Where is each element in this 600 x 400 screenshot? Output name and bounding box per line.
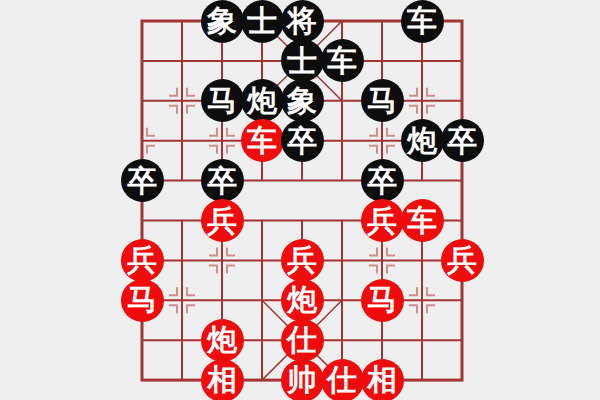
piece-black-c[interactable]: 炮	[241, 79, 284, 122]
piece-black-p[interactable]: 卒	[281, 119, 324, 162]
piece-red-P[interactable]: 兵	[441, 239, 484, 282]
piece-red-B[interactable]: 相	[201, 359, 244, 400]
xiangqi-board: 象士将车士车马炮象马车卒炮卒卒卒卒兵兵车兵兵兵马炮马炮仕相帅仕相	[0, 0, 600, 400]
piece-black-a[interactable]: 士	[241, 0, 284, 43]
piece-black-r[interactable]: 车	[401, 0, 444, 43]
piece-red-C[interactable]: 炮	[281, 279, 324, 322]
board-pieces: 象士将车士车马炮象马车卒炮卒卒卒卒兵兵车兵兵兵马炮马炮仕相帅仕相	[0, 0, 600, 400]
piece-red-P[interactable]: 兵	[121, 239, 164, 282]
piece-black-p[interactable]: 卒	[201, 159, 244, 202]
piece-black-b[interactable]: 象	[281, 79, 324, 122]
piece-red-R[interactable]: 车	[401, 199, 444, 242]
piece-red-N[interactable]: 马	[121, 279, 164, 322]
piece-black-k[interactable]: 将	[281, 0, 324, 43]
piece-black-b[interactable]: 象	[201, 0, 244, 43]
piece-black-p[interactable]: 卒	[121, 159, 164, 202]
piece-black-r[interactable]: 车	[321, 39, 364, 82]
piece-black-n[interactable]: 马	[201, 79, 244, 122]
piece-red-B[interactable]: 相	[361, 359, 404, 400]
piece-black-n[interactable]: 马	[361, 79, 404, 122]
piece-red-P[interactable]: 兵	[281, 239, 324, 282]
piece-black-c[interactable]: 炮	[401, 119, 444, 162]
piece-black-a[interactable]: 士	[281, 39, 324, 82]
piece-black-p[interactable]: 卒	[441, 119, 484, 162]
piece-red-C[interactable]: 炮	[201, 319, 244, 362]
piece-red-N[interactable]: 马	[361, 279, 404, 322]
piece-red-R[interactable]: 车	[241, 119, 284, 162]
piece-red-P[interactable]: 兵	[361, 199, 404, 242]
piece-black-p[interactable]: 卒	[361, 159, 404, 202]
piece-red-P[interactable]: 兵	[201, 199, 244, 242]
piece-red-A[interactable]: 仕	[281, 319, 324, 362]
piece-red-K[interactable]: 帅	[281, 359, 324, 400]
piece-red-A[interactable]: 仕	[321, 359, 364, 400]
